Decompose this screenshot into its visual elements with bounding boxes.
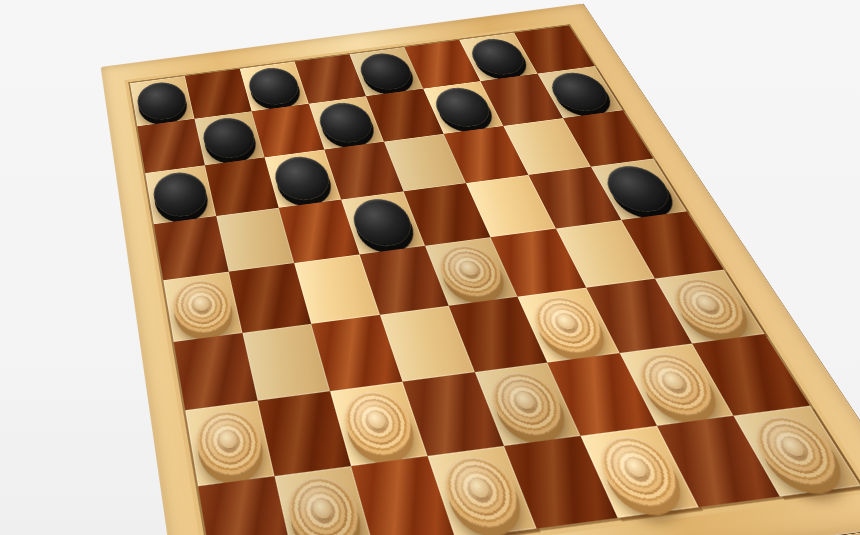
wooden-checker[interactable] <box>743 412 851 489</box>
square-r5c4[interactable] <box>360 246 449 315</box>
square-r7c4[interactable] <box>402 372 504 456</box>
square-r5c7[interactable] <box>556 220 655 288</box>
square-r8c3[interactable] <box>351 456 456 535</box>
board-grid <box>130 25 860 535</box>
square-r7c2[interactable] <box>258 391 351 476</box>
wooden-checker[interactable] <box>435 453 528 532</box>
black-checker[interactable] <box>135 80 190 123</box>
wooden-checker[interactable] <box>282 473 367 535</box>
square-r7c8[interactable] <box>692 334 810 416</box>
perspective-scene <box>1 0 845 535</box>
wooden-checker[interactable] <box>525 293 612 357</box>
square-r6c5[interactable] <box>449 297 548 372</box>
square-r5c8[interactable] <box>621 211 723 278</box>
square-r7c3[interactable] <box>330 382 427 466</box>
wooden-checker[interactable] <box>192 407 268 480</box>
square-r5c1[interactable] <box>163 272 242 342</box>
square-r6c7[interactable] <box>586 279 692 353</box>
board-perspective-wrapper <box>1 0 845 535</box>
square-r5c6[interactable] <box>490 229 586 297</box>
black-checker[interactable] <box>270 154 335 203</box>
square-r3c1[interactable] <box>145 165 216 224</box>
square-r5c3[interactable] <box>294 254 380 323</box>
square-r5c5[interactable] <box>425 237 517 306</box>
wooden-checker[interactable] <box>628 349 725 419</box>
square-r7c5[interactable] <box>475 363 581 446</box>
wooden-checker[interactable] <box>589 432 689 510</box>
square-r6c1[interactable] <box>174 333 258 410</box>
square-r1c1[interactable] <box>130 76 194 126</box>
square-r6c6[interactable] <box>517 288 619 363</box>
black-checker[interactable] <box>245 65 304 107</box>
square-r7c7[interactable] <box>620 344 734 426</box>
black-checker[interactable] <box>200 115 259 161</box>
square-r8c2[interactable] <box>275 466 375 535</box>
square-r5c2[interactable] <box>229 263 311 333</box>
photo-stage <box>0 0 860 535</box>
board-frame <box>101 4 860 535</box>
wooden-checker[interactable] <box>663 275 756 338</box>
square-r7c1[interactable] <box>185 401 274 487</box>
square-r8c6[interactable] <box>580 426 698 518</box>
square-r8c8[interactable] <box>733 406 860 497</box>
black-checker[interactable] <box>314 100 378 145</box>
square-r8c5[interactable] <box>504 436 618 529</box>
checkers-board <box>101 4 860 535</box>
square-r2c1[interactable] <box>137 119 205 173</box>
wooden-checker[interactable] <box>432 242 510 300</box>
square-r6c8[interactable] <box>655 270 765 344</box>
square-r6c3[interactable] <box>311 315 402 391</box>
wooden-checker[interactable] <box>337 388 420 460</box>
square-r8c7[interactable] <box>657 416 780 507</box>
wooden-checker[interactable] <box>482 369 572 440</box>
square-r6c4[interactable] <box>380 306 475 382</box>
square-r8c1[interactable] <box>198 476 293 535</box>
wooden-checker[interactable] <box>169 277 236 337</box>
square-r6c2[interactable] <box>242 324 330 401</box>
black-checker[interactable] <box>150 170 210 220</box>
square-r7c6[interactable] <box>547 353 657 436</box>
square-r8c4[interactable] <box>428 446 537 535</box>
